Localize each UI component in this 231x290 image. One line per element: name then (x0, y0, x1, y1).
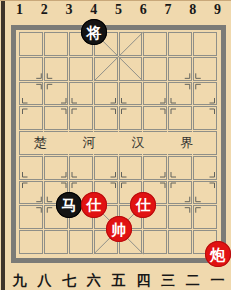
board-cell (19, 156, 43, 180)
board-cell (193, 57, 217, 81)
board-cell (193, 181, 217, 205)
board-cell (193, 106, 217, 130)
board-cell (94, 156, 118, 180)
file-label-bottom-5: 五 (112, 272, 126, 290)
board-cell (168, 106, 192, 130)
file-label-bottom-9: 一 (211, 272, 225, 290)
board-cell (143, 131, 167, 155)
board-cell (193, 32, 217, 56)
file-label-top-4: 4 (90, 2, 97, 18)
file-label-top-5: 5 (115, 2, 122, 18)
board-cell (19, 205, 43, 229)
file-label-top-7: 7 (165, 2, 172, 18)
board-cell (168, 205, 192, 229)
piece-red-general[interactable]: 帅 (106, 216, 132, 242)
board-cell (44, 82, 68, 106)
board-cell (143, 57, 167, 81)
file-label-bottom-8: 二 (186, 272, 200, 290)
piece-red-advisor-right[interactable]: 仕 (130, 192, 156, 218)
piece-black-horse[interactable]: 马 (56, 192, 82, 218)
board-cell (44, 106, 68, 130)
file-label-bottom-2: 八 (37, 272, 51, 290)
file-label-bottom-6: 四 (136, 272, 150, 290)
board-cell (119, 57, 143, 81)
file-label-bottom-4: 六 (87, 272, 101, 290)
board-cell (19, 57, 43, 81)
board-cell (19, 32, 43, 56)
board-cell (143, 106, 167, 130)
board-cell (119, 156, 143, 180)
board-cell (119, 82, 143, 106)
board-cell (44, 131, 68, 155)
file-label-top-1: 1 (16, 2, 23, 18)
file-label-top-6: 6 (140, 2, 147, 18)
board-cell (94, 57, 118, 81)
board-cell (168, 82, 192, 106)
board-cell (119, 32, 143, 56)
file-label-bottom-3: 七 (62, 272, 76, 290)
board-cell (19, 181, 43, 205)
board-cell (69, 156, 93, 180)
board-cell (143, 230, 167, 254)
board-cell (69, 106, 93, 130)
board-cell (94, 106, 118, 130)
board-cell (193, 82, 217, 106)
file-label-bottom-1: 九 (13, 272, 27, 290)
piece-red-advisor-left[interactable]: 仕 (81, 192, 107, 218)
board-cell (19, 131, 43, 155)
board-cell (193, 205, 217, 229)
file-label-top-3: 3 (66, 2, 73, 18)
board-cell (143, 82, 167, 106)
board-cell (44, 57, 68, 81)
board-cell (94, 131, 118, 155)
file-label-top-9: 9 (214, 2, 221, 18)
board-cell (44, 32, 68, 56)
board-cell (44, 156, 68, 180)
board-cell (168, 131, 192, 155)
piece-black-general[interactable]: 将 (81, 19, 107, 45)
board-cell (193, 131, 217, 155)
board-cell (193, 156, 217, 180)
board-cell (168, 230, 192, 254)
xiangqi-app-window: 123456789 楚河汉界 将马仕仕帅炮 九八七六五四三二一 (0, 0, 231, 290)
board-cell (69, 57, 93, 81)
board-cell (168, 181, 192, 205)
board-cell (143, 156, 167, 180)
board-cell (69, 131, 93, 155)
board-cell (168, 156, 192, 180)
board-cell (143, 32, 167, 56)
board-cell (69, 82, 93, 106)
file-label-top-2: 2 (41, 2, 48, 18)
piece-red-cannon[interactable]: 炮 (205, 241, 231, 267)
window-edge-strip (1, 1, 5, 290)
board-cell (168, 57, 192, 81)
board-cell (119, 106, 143, 130)
board-cell (19, 230, 43, 254)
board-cell (94, 82, 118, 106)
file-label-top-8: 8 (189, 2, 196, 18)
board-cell (19, 106, 43, 130)
board-cell (19, 82, 43, 106)
board-cell (44, 230, 68, 254)
board-cell (119, 131, 143, 155)
board-cell (168, 32, 192, 56)
file-label-bottom-7: 三 (161, 272, 175, 290)
board-cell (69, 230, 93, 254)
